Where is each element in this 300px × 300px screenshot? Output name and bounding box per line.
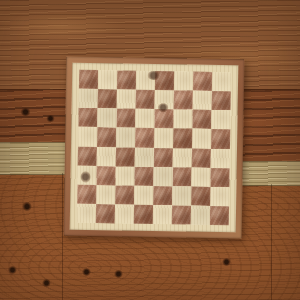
- square-f4: [173, 148, 192, 167]
- square-e3: [153, 167, 172, 186]
- board-grid: [77, 70, 231, 225]
- square-f3: [172, 167, 191, 186]
- square-b6: [97, 108, 116, 127]
- board-inlay-border: [70, 63, 239, 233]
- wood-knot: [114, 270, 123, 278]
- square-h6: [211, 110, 230, 129]
- table-plank-seam: [62, 173, 63, 300]
- square-g7: [193, 91, 212, 110]
- square-b5: [97, 127, 116, 146]
- square-g6: [192, 110, 211, 129]
- square-e4: [154, 148, 173, 167]
- square-c3: [115, 166, 134, 185]
- square-f2: [172, 186, 191, 205]
- square-c5: [116, 128, 135, 147]
- square-c6: [116, 109, 135, 128]
- square-a1: [77, 204, 96, 223]
- square-d2: [134, 185, 153, 204]
- chess-board: [64, 57, 245, 239]
- square-c1: [115, 204, 134, 223]
- wood-knot: [82, 268, 91, 276]
- square-b7: [98, 89, 117, 108]
- square-c8: [117, 70, 136, 89]
- square-h4: [211, 148, 230, 167]
- square-d6: [135, 109, 154, 128]
- square-c2: [115, 185, 134, 204]
- square-c7: [117, 90, 136, 109]
- square-g2: [191, 186, 210, 205]
- square-b2: [96, 185, 115, 204]
- square-a6: [78, 108, 97, 127]
- square-h2: [210, 187, 229, 206]
- square-b8: [98, 70, 117, 89]
- square-b1: [96, 204, 115, 223]
- wood-knot: [8, 266, 17, 274]
- square-a4: [78, 146, 97, 165]
- square-e1: [153, 205, 172, 224]
- square-f8: [174, 71, 193, 90]
- table-plank-seam: [271, 184, 272, 300]
- square-a5: [78, 127, 97, 146]
- square-g8: [193, 72, 212, 91]
- square-h7: [212, 91, 231, 110]
- square-c4: [116, 147, 135, 166]
- square-d1: [134, 205, 153, 224]
- square-b3: [96, 166, 115, 185]
- square-a7: [79, 89, 98, 108]
- photo-scene: [0, 0, 300, 300]
- wood-knot: [42, 279, 51, 287]
- square-f7: [174, 90, 193, 109]
- square-e6: [154, 109, 173, 128]
- square-g4: [192, 148, 211, 167]
- square-h3: [210, 168, 229, 187]
- square-h8: [212, 72, 231, 91]
- wood-knot: [222, 258, 231, 266]
- square-g3: [191, 167, 210, 186]
- square-f5: [173, 129, 192, 148]
- square-h5: [211, 129, 230, 148]
- square-d3: [134, 166, 153, 185]
- square-b4: [97, 147, 116, 166]
- square-g5: [192, 129, 211, 148]
- square-g1: [191, 205, 210, 224]
- square-f1: [172, 205, 191, 224]
- wood-knot: [20, 108, 31, 116]
- square-d5: [135, 128, 154, 147]
- table-plank-tan-left: [0, 142, 67, 175]
- square-d7: [136, 90, 155, 109]
- square-e5: [154, 128, 173, 147]
- square-f6: [173, 110, 192, 129]
- table-plank-tan-right: [239, 161, 300, 186]
- square-a8: [79, 70, 98, 89]
- square-h1: [210, 206, 229, 225]
- wood-knot: [22, 202, 32, 211]
- wood-knot: [46, 115, 55, 122]
- square-d4: [135, 147, 154, 166]
- square-a2: [77, 185, 96, 204]
- square-e2: [153, 186, 172, 205]
